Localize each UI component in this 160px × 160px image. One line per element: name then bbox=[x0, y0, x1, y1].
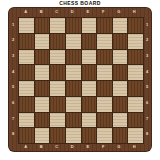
square-g5[interactable] bbox=[113, 81, 128, 96]
square-e3[interactable] bbox=[82, 50, 97, 65]
rank-label-5: 5 bbox=[146, 85, 148, 89]
square-h7[interactable] bbox=[128, 113, 143, 128]
square-c4[interactable] bbox=[50, 65, 65, 80]
square-a3[interactable] bbox=[19, 50, 34, 65]
square-e2[interactable] bbox=[82, 34, 97, 49]
rank-label-3: 3 bbox=[12, 54, 14, 58]
chess-board: ABCDEFGH ABCDEFGH 12345678 12345678 bbox=[8, 7, 152, 152]
square-e1[interactable] bbox=[82, 18, 97, 33]
rank-label-6: 6 bbox=[12, 101, 14, 105]
square-c6[interactable] bbox=[50, 97, 65, 112]
square-g8[interactable] bbox=[113, 128, 128, 143]
file-label-d: D bbox=[71, 10, 74, 14]
file-label-f: F bbox=[102, 145, 104, 149]
file-label-c: C bbox=[55, 10, 58, 14]
square-f6[interactable] bbox=[97, 97, 112, 112]
rank-label-4: 4 bbox=[146, 70, 148, 74]
file-label-a: A bbox=[24, 145, 27, 149]
square-g2[interactable] bbox=[113, 34, 128, 49]
rank-label-4: 4 bbox=[12, 70, 14, 74]
square-b1[interactable] bbox=[35, 18, 50, 33]
file-labels-top: ABCDEFGH bbox=[18, 7, 142, 17]
file-label-b: B bbox=[40, 10, 43, 14]
file-label-h: H bbox=[133, 10, 136, 14]
square-h8[interactable] bbox=[128, 128, 143, 143]
file-label-e: E bbox=[86, 10, 89, 14]
square-c3[interactable] bbox=[50, 50, 65, 65]
square-a4[interactable] bbox=[19, 65, 34, 80]
square-d5[interactable] bbox=[66, 81, 81, 96]
square-c5[interactable] bbox=[50, 81, 65, 96]
square-b4[interactable] bbox=[35, 65, 50, 80]
rank-label-2: 2 bbox=[146, 38, 148, 42]
square-f3[interactable] bbox=[97, 50, 112, 65]
square-b6[interactable] bbox=[35, 97, 50, 112]
square-d2[interactable] bbox=[66, 34, 81, 49]
file-label-b: B bbox=[40, 145, 43, 149]
square-a5[interactable] bbox=[19, 81, 34, 96]
rank-label-7: 7 bbox=[12, 117, 14, 121]
file-label-c: C bbox=[55, 145, 58, 149]
square-c7[interactable] bbox=[50, 113, 65, 128]
square-f1[interactable] bbox=[97, 18, 112, 33]
square-b5[interactable] bbox=[35, 81, 50, 96]
square-f4[interactable] bbox=[97, 65, 112, 80]
file-label-d: D bbox=[71, 145, 74, 149]
board-grid bbox=[18, 17, 144, 144]
square-h3[interactable] bbox=[128, 50, 143, 65]
page-title: CHESS BOARD bbox=[0, 1, 160, 6]
file-label-g: G bbox=[117, 10, 120, 14]
square-d6[interactable] bbox=[66, 97, 81, 112]
rank-label-8: 8 bbox=[146, 132, 148, 136]
square-h4[interactable] bbox=[128, 65, 143, 80]
square-e5[interactable] bbox=[82, 81, 97, 96]
rank-label-3: 3 bbox=[146, 54, 148, 58]
square-b2[interactable] bbox=[35, 34, 50, 49]
square-e6[interactable] bbox=[82, 97, 97, 112]
square-g6[interactable] bbox=[113, 97, 128, 112]
file-label-e: E bbox=[86, 145, 89, 149]
square-d1[interactable] bbox=[66, 18, 81, 33]
square-e8[interactable] bbox=[82, 128, 97, 143]
square-c2[interactable] bbox=[50, 34, 65, 49]
square-b7[interactable] bbox=[35, 113, 50, 128]
square-h2[interactable] bbox=[128, 34, 143, 49]
square-c8[interactable] bbox=[50, 128, 65, 143]
square-d7[interactable] bbox=[66, 113, 81, 128]
square-a7[interactable] bbox=[19, 113, 34, 128]
square-a1[interactable] bbox=[19, 18, 34, 33]
rank-label-1: 1 bbox=[12, 23, 14, 27]
square-g3[interactable] bbox=[113, 50, 128, 65]
square-d4[interactable] bbox=[66, 65, 81, 80]
square-g1[interactable] bbox=[113, 18, 128, 33]
rank-label-6: 6 bbox=[146, 101, 148, 105]
square-f7[interactable] bbox=[97, 113, 112, 128]
file-label-f: F bbox=[102, 10, 104, 14]
rank-label-7: 7 bbox=[146, 117, 148, 121]
square-h6[interactable] bbox=[128, 97, 143, 112]
rank-label-2: 2 bbox=[12, 38, 14, 42]
square-f2[interactable] bbox=[97, 34, 112, 49]
rank-labels-left: 12345678 bbox=[8, 17, 18, 142]
page: CHESS BOARD ABCDEFGH ABCDEFGH 12345678 1… bbox=[0, 0, 160, 160]
rank-label-8: 8 bbox=[12, 132, 14, 136]
square-h1[interactable] bbox=[128, 18, 143, 33]
file-label-g: G bbox=[117, 145, 120, 149]
rank-label-5: 5 bbox=[12, 85, 14, 89]
square-b8[interactable] bbox=[35, 128, 50, 143]
square-h5[interactable] bbox=[128, 81, 143, 96]
square-c1[interactable] bbox=[50, 18, 65, 33]
file-label-h: H bbox=[133, 145, 136, 149]
square-b3[interactable] bbox=[35, 50, 50, 65]
square-e4[interactable] bbox=[82, 65, 97, 80]
square-a8[interactable] bbox=[19, 128, 34, 143]
square-e7[interactable] bbox=[82, 113, 97, 128]
square-d3[interactable] bbox=[66, 50, 81, 65]
square-g7[interactable] bbox=[113, 113, 128, 128]
square-d8[interactable] bbox=[66, 128, 81, 143]
square-a6[interactable] bbox=[19, 97, 34, 112]
square-f5[interactable] bbox=[97, 81, 112, 96]
square-g4[interactable] bbox=[113, 65, 128, 80]
square-f8[interactable] bbox=[97, 128, 112, 143]
file-label-a: A bbox=[24, 10, 27, 14]
rank-label-1: 1 bbox=[146, 23, 148, 27]
square-a2[interactable] bbox=[19, 34, 34, 49]
